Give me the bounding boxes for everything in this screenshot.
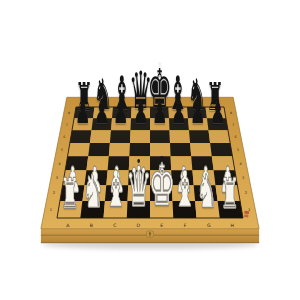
rank-label-right-4: 4 bbox=[239, 162, 241, 166]
piece-black-pawn-g7[interactable]: ♟ bbox=[189, 95, 206, 128]
square-a5[interactable] bbox=[68, 143, 90, 156]
rank-label-left-8: 8 bbox=[68, 111, 70, 115]
file-label-near-E: E bbox=[160, 223, 163, 228]
white-queen-finial bbox=[137, 159, 140, 163]
piece-black-pawn-h7[interactable]: ♟ bbox=[209, 95, 226, 128]
rank-label-left-7: 7 bbox=[66, 123, 68, 127]
rank-label-left-3: 3 bbox=[56, 176, 58, 180]
white-king-finial bbox=[160, 156, 163, 161]
file-label-near-D: D bbox=[137, 223, 141, 228]
file-label-near-B: B bbox=[90, 223, 93, 228]
piece-white-rook-a1[interactable]: ♜ bbox=[59, 173, 81, 215]
file-label-near-G: G bbox=[207, 223, 211, 228]
square-c6[interactable] bbox=[110, 130, 131, 143]
rank-label-left-2: 2 bbox=[53, 191, 55, 195]
rank-label-left-5: 5 bbox=[61, 148, 63, 152]
piece-white-knight-b1[interactable]: ♞ bbox=[81, 169, 105, 215]
square-h5[interactable] bbox=[210, 143, 232, 156]
square-b5[interactable] bbox=[88, 143, 110, 156]
piece-white-knight-g1[interactable]: ♞ bbox=[195, 169, 219, 215]
square-h6[interactable] bbox=[209, 130, 231, 143]
square-b6[interactable] bbox=[90, 130, 111, 143]
square-a6[interactable] bbox=[70, 130, 92, 143]
piece-black-pawn-a7[interactable]: ♟ bbox=[74, 95, 91, 128]
piece-black-pawn-d7[interactable]: ♟ bbox=[132, 95, 149, 128]
piece-black-pawn-e7[interactable]: ♟ bbox=[151, 95, 168, 128]
file-label-near-C: C bbox=[113, 223, 116, 228]
black-king-finial bbox=[158, 62, 161, 67]
chess-set-photo: AABBCCDDEEFFGGHH1122334455667788 ♜♞♝♛♚♝♞… bbox=[0, 0, 300, 300]
piece-black-pawn-f7[interactable]: ♟ bbox=[170, 95, 187, 128]
rank-label-left-4: 4 bbox=[58, 162, 60, 166]
rank-label-right-3: 3 bbox=[242, 176, 244, 180]
rank-label-right-6: 6 bbox=[235, 135, 237, 139]
rank-label-right-8: 8 bbox=[230, 111, 232, 115]
square-d6[interactable] bbox=[130, 130, 150, 143]
rank-label-right-7: 7 bbox=[232, 123, 234, 127]
square-f6[interactable] bbox=[170, 130, 191, 143]
square-g5[interactable] bbox=[190, 143, 212, 156]
rank-label-right-5: 5 bbox=[237, 148, 239, 152]
file-label-near-F: F bbox=[184, 223, 187, 228]
brass-latch-icon bbox=[147, 231, 154, 237]
piece-black-pawn-b7[interactable]: ♟ bbox=[93, 95, 110, 128]
square-e6[interactable] bbox=[150, 130, 170, 143]
square-g6[interactable] bbox=[189, 130, 210, 143]
piece-white-bishop-f1[interactable]: ♝ bbox=[171, 165, 197, 215]
piece-black-pawn-c7[interactable]: ♟ bbox=[112, 95, 129, 128]
piece-white-rook-h1[interactable]: ♜ bbox=[219, 173, 241, 215]
rank-label-right-2: 2 bbox=[245, 191, 247, 195]
file-label-near-H: H bbox=[230, 223, 233, 228]
rank-label-left-6: 6 bbox=[63, 135, 65, 139]
